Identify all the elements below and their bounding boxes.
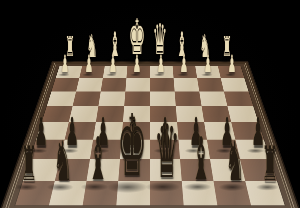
piece-black-rook-h8[interactable]: ♜ xyxy=(21,140,38,188)
piece-black-knight-g8[interactable]: ♞ xyxy=(54,133,73,188)
piece-black-knight-b8[interactable]: ♞ xyxy=(226,133,245,188)
piece-black-king-e8[interactable]: ♚ xyxy=(117,103,147,188)
piece-white-pawn-e2[interactable]: ♟ xyxy=(133,52,141,76)
piece-black-bishop-f8[interactable]: ♝ xyxy=(88,129,109,188)
piece-white-pawn-b2[interactable]: ♟ xyxy=(204,52,212,76)
piece-white-pawn-c2[interactable]: ♟ xyxy=(180,52,188,76)
piece-white-pawn-f2[interactable]: ♟ xyxy=(109,52,117,76)
piece-black-queen-d8[interactable]: ♛ xyxy=(154,114,180,188)
piece-white-pawn-h2[interactable]: ♟ xyxy=(61,52,69,76)
photo-scene: ♜♞♝♚♛♝♞♜♟♟♟♟♟♟♟♟♟♟♟♟♟♟♟♟♜♞♝♚♛♝♞♜ xyxy=(0,0,300,208)
piece-black-rook-a8[interactable]: ♜ xyxy=(261,140,278,188)
piece-black-bishop-c8[interactable]: ♝ xyxy=(191,129,212,188)
pieces-layer: ♜♞♝♚♛♝♞♜♟♟♟♟♟♟♟♟♟♟♟♟♟♟♟♟♜♞♝♚♛♝♞♜ xyxy=(0,0,300,208)
piece-white-pawn-d2[interactable]: ♟ xyxy=(156,52,164,76)
piece-white-pawn-a2[interactable]: ♟ xyxy=(228,52,236,76)
piece-white-pawn-g2[interactable]: ♟ xyxy=(85,52,93,76)
